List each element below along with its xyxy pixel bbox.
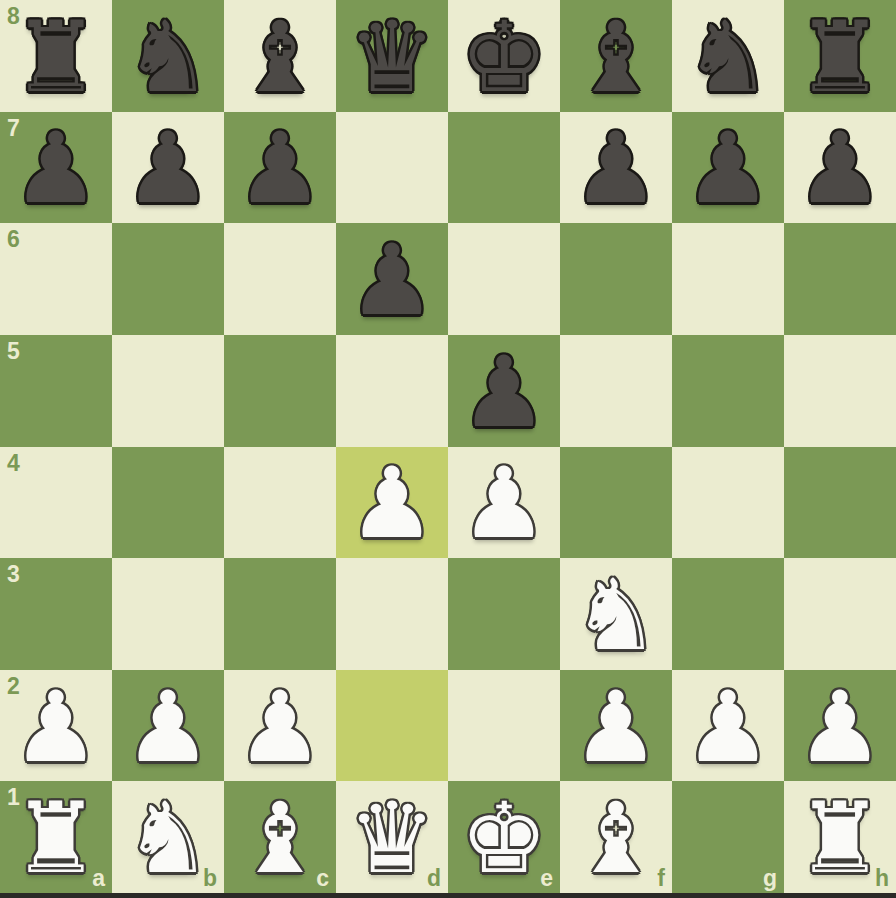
piece-white-bishop-c1[interactable]: ♝︎ [236, 789, 324, 887]
file-label-d: d [427, 865, 441, 892]
square-f5[interactable] [560, 335, 672, 447]
piece-white-pawn-h2[interactable]: ♟︎ [796, 678, 884, 776]
piece-black-rook-h8[interactable]: ♜︎ [796, 8, 884, 106]
square-g5[interactable] [672, 335, 784, 447]
square-g1[interactable]: g [672, 781, 784, 893]
square-a2[interactable]: 2♟︎ [0, 670, 112, 782]
piece-white-pawn-d4[interactable]: ♟︎ [348, 454, 436, 552]
page-background-strip [0, 893, 896, 898]
square-c8[interactable]: ♝︎ [224, 0, 336, 112]
rank-label-3: 3 [7, 561, 20, 588]
piece-black-knight-g8[interactable]: ♞︎ [684, 8, 772, 106]
piece-white-pawn-b2[interactable]: ♟︎ [124, 678, 212, 776]
piece-white-pawn-c2[interactable]: ♟︎ [236, 678, 324, 776]
square-e4[interactable]: ♟︎ [448, 447, 560, 559]
chess-board: 8♜︎♞︎♝︎♛︎♚︎♝︎♞︎♜︎7♟︎♟︎♟︎♟︎♟︎♟︎6♟︎5♟︎4♟︎♟… [0, 0, 896, 893]
piece-black-pawn-g7[interactable]: ♟︎ [684, 119, 772, 217]
square-d6[interactable]: ♟︎ [336, 223, 448, 335]
square-a4[interactable]: 4 [0, 447, 112, 559]
piece-black-pawn-b7[interactable]: ♟︎ [124, 119, 212, 217]
square-f1[interactable]: f♝︎ [560, 781, 672, 893]
square-d5[interactable] [336, 335, 448, 447]
piece-white-pawn-a2[interactable]: ♟︎ [12, 678, 100, 776]
piece-white-rook-h1[interactable]: ♜︎ [796, 789, 884, 887]
file-label-b: b [203, 865, 217, 892]
rank-label-6: 6 [7, 226, 20, 253]
square-c2[interactable]: ♟︎ [224, 670, 336, 782]
piece-white-queen-d1[interactable]: ♛︎ [348, 789, 436, 887]
rank-label-5: 5 [7, 338, 20, 365]
square-f3[interactable]: ♞︎ [560, 558, 672, 670]
square-d2[interactable] [336, 670, 448, 782]
square-g2[interactable]: ♟︎ [672, 670, 784, 782]
piece-white-bishop-f1[interactable]: ♝︎ [572, 789, 660, 887]
chess-app-page: 8♜︎♞︎♝︎♛︎♚︎♝︎♞︎♜︎7♟︎♟︎♟︎♟︎♟︎♟︎6♟︎5♟︎4♟︎♟… [0, 0, 896, 898]
square-e5[interactable]: ♟︎ [448, 335, 560, 447]
piece-black-bishop-c8[interactable]: ♝︎ [236, 8, 324, 106]
square-h5[interactable] [784, 335, 896, 447]
file-label-a: a [92, 865, 105, 892]
square-e3[interactable] [448, 558, 560, 670]
square-h7[interactable]: ♟︎ [784, 112, 896, 224]
square-b8[interactable]: ♞︎ [112, 0, 224, 112]
square-d1[interactable]: d♛︎ [336, 781, 448, 893]
square-g6[interactable] [672, 223, 784, 335]
square-a1[interactable]: 1a♜︎ [0, 781, 112, 893]
square-d7[interactable] [336, 112, 448, 224]
piece-black-pawn-a7[interactable]: ♟︎ [12, 119, 100, 217]
rank-label-2: 2 [7, 673, 20, 700]
square-f6[interactable] [560, 223, 672, 335]
square-g3[interactable] [672, 558, 784, 670]
piece-white-pawn-g2[interactable]: ♟︎ [684, 678, 772, 776]
rank-label-8: 8 [7, 3, 20, 30]
square-a5[interactable]: 5 [0, 335, 112, 447]
square-e1[interactable]: e♚︎ [448, 781, 560, 893]
square-g7[interactable]: ♟︎ [672, 112, 784, 224]
square-b1[interactable]: b♞︎ [112, 781, 224, 893]
rank-label-4: 4 [7, 450, 20, 477]
rank-label-7: 7 [7, 115, 20, 142]
square-a3[interactable]: 3 [0, 558, 112, 670]
square-e6[interactable] [448, 223, 560, 335]
square-b3[interactable] [112, 558, 224, 670]
square-h3[interactable] [784, 558, 896, 670]
piece-white-knight-b1[interactable]: ♞︎ [124, 789, 212, 887]
piece-black-pawn-f7[interactable]: ♟︎ [572, 119, 660, 217]
square-d3[interactable] [336, 558, 448, 670]
square-f4[interactable] [560, 447, 672, 559]
square-a8[interactable]: 8♜︎ [0, 0, 112, 112]
square-c3[interactable] [224, 558, 336, 670]
square-e8[interactable]: ♚︎ [448, 0, 560, 112]
piece-black-king-e8[interactable]: ♚︎ [460, 8, 548, 106]
square-g8[interactable]: ♞︎ [672, 0, 784, 112]
piece-white-rook-a1[interactable]: ♜︎ [12, 789, 100, 887]
file-label-g: g [763, 865, 777, 892]
square-h2[interactable]: ♟︎ [784, 670, 896, 782]
square-b5[interactable] [112, 335, 224, 447]
piece-black-queen-d8[interactable]: ♛︎ [348, 8, 436, 106]
square-a7[interactable]: 7♟︎ [0, 112, 112, 224]
piece-black-pawn-h7[interactable]: ♟︎ [796, 119, 884, 217]
piece-black-pawn-e5[interactable]: ♟︎ [460, 343, 548, 441]
piece-black-pawn-c7[interactable]: ♟︎ [236, 119, 324, 217]
square-e2[interactable] [448, 670, 560, 782]
square-h6[interactable] [784, 223, 896, 335]
square-c6[interactable] [224, 223, 336, 335]
square-d8[interactable]: ♛︎ [336, 0, 448, 112]
piece-white-knight-f3[interactable]: ♞︎ [572, 566, 660, 664]
file-label-f: f [657, 865, 665, 892]
square-a6[interactable]: 6 [0, 223, 112, 335]
square-f2[interactable]: ♟︎ [560, 670, 672, 782]
piece-white-king-e1[interactable]: ♚︎ [460, 789, 548, 887]
square-c7[interactable]: ♟︎ [224, 112, 336, 224]
square-b4[interactable] [112, 447, 224, 559]
square-c1[interactable]: c♝︎ [224, 781, 336, 893]
piece-black-rook-a8[interactable]: ♜︎ [12, 8, 100, 106]
square-c5[interactable] [224, 335, 336, 447]
piece-black-knight-b8[interactable]: ♞︎ [124, 8, 212, 106]
square-d4[interactable]: ♟︎ [336, 447, 448, 559]
square-e7[interactable] [448, 112, 560, 224]
square-b2[interactable]: ♟︎ [112, 670, 224, 782]
piece-white-pawn-e4[interactable]: ♟︎ [460, 454, 548, 552]
rank-label-1: 1 [7, 784, 20, 811]
file-label-c: c [316, 865, 329, 892]
piece-black-pawn-d6[interactable]: ♟︎ [348, 231, 436, 329]
square-h8[interactable]: ♜︎ [784, 0, 896, 112]
square-f8[interactable]: ♝︎ [560, 0, 672, 112]
file-label-h: h [875, 865, 889, 892]
square-b7[interactable]: ♟︎ [112, 112, 224, 224]
square-b6[interactable] [112, 223, 224, 335]
square-h1[interactable]: h♜︎ [784, 781, 896, 893]
piece-black-bishop-f8[interactable]: ♝︎ [572, 8, 660, 106]
file-label-e: e [540, 865, 553, 892]
square-c4[interactable] [224, 447, 336, 559]
square-g4[interactable] [672, 447, 784, 559]
piece-white-pawn-f2[interactable]: ♟︎ [572, 678, 660, 776]
square-h4[interactable] [784, 447, 896, 559]
square-f7[interactable]: ♟︎ [560, 112, 672, 224]
